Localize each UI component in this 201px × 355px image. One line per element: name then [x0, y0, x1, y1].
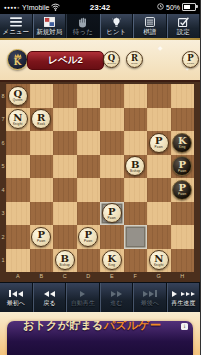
square-f2[interactable]: [124, 225, 148, 249]
orientation-lock-icon: [157, 3, 164, 11]
go-to-end-button[interactable]: 最後へ: [133, 283, 167, 312]
captured-pieces-tray: QQueenRRookPPawn: [103, 51, 199, 68]
square-c2[interactable]: [53, 225, 77, 249]
square-h1[interactable]: [171, 249, 195, 273]
file-label-f: F: [124, 272, 148, 282]
sparkle-decoration: ◆: [158, 44, 163, 51]
tray-piece-queen: QQueen: [103, 51, 120, 68]
menu-bar: メニュー新規対局待ったヒント棋譜設定: [0, 14, 200, 38]
square-d1[interactable]: [77, 249, 101, 273]
file-label-c: C: [53, 272, 77, 282]
square-d4[interactable]: [77, 178, 101, 202]
square-b4[interactable]: [30, 178, 54, 202]
square-h3[interactable]: [171, 202, 195, 226]
ad-text: おトクが貯まるパズルゲー: [7, 321, 193, 333]
kifu-grid-icon: [145, 17, 155, 27]
playback-button-label: 戻る: [43, 300, 55, 306]
step-back-icon: [44, 290, 55, 298]
file-labels: ABCDEFGH: [6, 272, 194, 282]
square-d6[interactable]: [77, 131, 101, 155]
piece-white-knight-g1[interactable]: NKnight: [149, 250, 169, 270]
square-e2[interactable]: [100, 225, 124, 249]
square-h2[interactable]: [171, 225, 195, 249]
square-b8[interactable]: [30, 84, 54, 108]
square-b1[interactable]: [30, 249, 54, 273]
square-f8[interactable]: [124, 84, 148, 108]
square-f7[interactable]: [124, 108, 148, 132]
menu-item-label: 待った: [73, 28, 93, 35]
square-b6[interactable]: [30, 131, 54, 155]
square-e7[interactable]: [100, 108, 124, 132]
square-g3[interactable]: [147, 202, 171, 226]
step-forward-icon: [111, 290, 122, 298]
square-g2[interactable]: [147, 225, 171, 249]
file-label-h: H: [171, 272, 195, 282]
file-label-e: E: [100, 272, 124, 282]
skip-to-start-icon: [9, 290, 23, 298]
piece-white-queen-a8[interactable]: QQueen: [8, 86, 28, 106]
piece-white-bishop-c1[interactable]: BBishop: [55, 250, 75, 270]
square-b7[interactable]: RRook: [30, 108, 54, 132]
board-grid: QQueenNKnightRRookPPawnKKingBBishopPPawn…: [6, 84, 194, 272]
menu-item-label: 棋譜: [143, 28, 156, 35]
skip-to-end-icon: [143, 290, 157, 298]
ad-text-highlight: パズルゲー: [104, 321, 162, 331]
menu-icon: [10, 17, 22, 27]
level-section: ◆ ◆ K レベル2 QQueenRRookPPawn: [0, 40, 200, 80]
playback-button-label: 最後へ: [141, 300, 159, 306]
square-b3[interactable]: [30, 202, 54, 226]
battery-icon: [182, 3, 196, 11]
chess-board: 87654321 QQueenNKnightRRookPPawnKKingBBi…: [0, 80, 200, 282]
file-label-g: G: [147, 272, 171, 282]
menu-item-label: 新規対局: [36, 28, 62, 35]
square-g4[interactable]: [147, 178, 171, 202]
status-bar: ●●●●● Y!mobile 23:42 50%: [0, 0, 200, 14]
new-game-button[interactable]: 新規対局: [33, 14, 67, 38]
playback-button-label: 進む: [110, 300, 122, 306]
square-f4[interactable]: [124, 178, 148, 202]
playback-speed-icon: [172, 290, 195, 298]
square-a7[interactable]: NKnight: [6, 108, 30, 132]
square-h8[interactable]: [171, 84, 195, 108]
square-a2[interactable]: [6, 225, 30, 249]
square-f5[interactable]: BBishop: [124, 155, 148, 179]
square-h7[interactable]: [171, 108, 195, 132]
square-c1[interactable]: BBishop: [53, 249, 77, 273]
hand-icon: [78, 17, 88, 27]
square-c7[interactable]: [53, 108, 77, 132]
piece-white-knight-a7[interactable]: NKnight: [8, 109, 28, 129]
battery-percent-label: 50%: [166, 4, 180, 11]
square-a1[interactable]: [6, 249, 30, 273]
level-badge: レベル2: [27, 51, 104, 70]
playback-speed-button[interactable]: 再生速度: [167, 283, 201, 312]
square-e3[interactable]: PPawn: [100, 202, 124, 226]
playback-bar: 最初へ戻る自動再生進む最後へ再生速度: [0, 282, 200, 312]
square-e6[interactable]: [100, 131, 124, 155]
square-a3[interactable]: [6, 202, 30, 226]
tray-piece-rook: RRook: [126, 51, 143, 68]
menu-item-label: 設定: [177, 28, 190, 35]
square-f3[interactable]: [124, 202, 148, 226]
square-d7[interactable]: [77, 108, 101, 132]
piece-black-king-h6[interactable]: KKing: [172, 133, 192, 153]
square-g5[interactable]: [147, 155, 171, 179]
play-icon: [80, 290, 85, 298]
playback-button-label: 自動再生: [71, 300, 95, 306]
piece-white-pawn-d2[interactable]: PPawn: [78, 227, 98, 247]
square-b5[interactable]: [30, 155, 54, 179]
square-h6[interactable]: KKing: [171, 131, 195, 155]
step-forward-button[interactable]: 進む: [100, 283, 134, 312]
square-g6[interactable]: PPawn: [147, 131, 171, 155]
auto-play-button[interactable]: 自動再生: [66, 283, 100, 312]
file-label-a: A: [6, 272, 30, 282]
menu-button[interactable]: メニュー: [0, 14, 33, 38]
step-back-button[interactable]: 戻る: [33, 283, 67, 312]
playback-button-label: 最初へ: [7, 300, 25, 306]
undo-button[interactable]: 待った: [66, 14, 100, 38]
ad-info-icon[interactable]: i: [181, 323, 188, 330]
new-game-board-icon: [44, 17, 55, 27]
piece-black-pawn-h4[interactable]: PPawn: [172, 180, 192, 200]
square-d8[interactable]: [77, 84, 101, 108]
square-a8[interactable]: QQueen: [6, 84, 30, 108]
square-b2[interactable]: PPawn: [30, 225, 54, 249]
playback-button-label: 再生速度: [171, 300, 195, 306]
square-a6[interactable]: [6, 131, 30, 155]
square-e8[interactable]: [100, 84, 124, 108]
tray-piece-pawn: PPawn: [182, 51, 199, 68]
square-c5[interactable]: [53, 155, 77, 179]
piece-black-pawn-h5[interactable]: PPawn: [172, 156, 192, 176]
kifu-button[interactable]: 棋譜: [133, 14, 167, 38]
lightbulb-icon: [111, 17, 122, 27]
square-a4[interactable]: [6, 178, 30, 202]
square-f6[interactable]: [124, 131, 148, 155]
hint-button[interactable]: ヒント: [100, 14, 134, 38]
ad-banner[interactable]: おトクが貯まるパズルゲー i: [7, 321, 193, 355]
square-d3[interactable]: [77, 202, 101, 226]
square-c4[interactable]: [53, 178, 77, 202]
piece-white-pawn-b2[interactable]: PPawn: [31, 227, 51, 247]
menu-item-label: メニュー: [3, 28, 29, 35]
square-f1[interactable]: [124, 249, 148, 273]
ad-strip: おトクが貯まるパズルゲー i: [0, 312, 200, 355]
square-c6[interactable]: [53, 131, 77, 155]
piece-white-rook-b7[interactable]: RRook: [31, 109, 51, 129]
square-g8[interactable]: [147, 84, 171, 108]
square-d5[interactable]: [77, 155, 101, 179]
square-e5[interactable]: [100, 155, 124, 179]
square-e1[interactable]: KKing: [100, 249, 124, 273]
menu-item-label: ヒント: [106, 28, 126, 35]
square-h5[interactable]: PPawn: [171, 155, 195, 179]
square-c3[interactable]: [53, 202, 77, 226]
square-d2[interactable]: PPawn: [77, 225, 101, 249]
square-g7[interactable]: [147, 108, 171, 132]
settings-check-icon: [178, 17, 189, 27]
square-g1[interactable]: NKnight: [147, 249, 171, 273]
square-h4[interactable]: PPawn: [171, 178, 195, 202]
go-to-start-button[interactable]: 最初へ: [0, 283, 33, 312]
file-label-b: B: [30, 272, 54, 282]
piece-white-bishop-f5[interactable]: BBishop: [125, 156, 145, 176]
player-king-badge: K: [7, 49, 28, 70]
king-letter: K: [14, 58, 22, 66]
piece-white-pawn-g6[interactable]: PPawn: [149, 133, 169, 153]
square-a5[interactable]: [6, 155, 30, 179]
square-c8[interactable]: [53, 84, 77, 108]
piece-white-pawn-e3[interactable]: PPawn: [102, 203, 122, 223]
app-screen: ●●●●● Y!mobile 23:42 50% メニュー新規対局待ったヒント棋…: [0, 0, 200, 355]
level-label: レベル2: [48, 54, 82, 67]
square-e4[interactable]: [100, 178, 124, 202]
file-label-d: D: [77, 272, 101, 282]
settings-button[interactable]: 設定: [167, 14, 201, 38]
piece-white-king-e1[interactable]: KKing: [102, 250, 122, 270]
